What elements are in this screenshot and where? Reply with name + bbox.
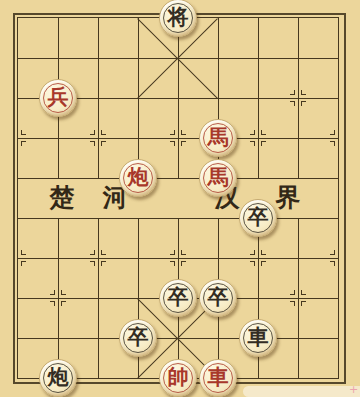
board-cell (98, 58, 138, 98)
point-marker (330, 261, 335, 266)
piece-glyph: 卒 (248, 207, 269, 228)
point-marker (250, 130, 255, 135)
point-marker (301, 301, 306, 306)
piece-glyph: 車 (208, 367, 229, 388)
board-cell (218, 18, 258, 58)
point-marker (181, 261, 186, 266)
point-marker (170, 250, 175, 255)
point-marker (101, 250, 106, 255)
point-marker (261, 250, 266, 255)
board-cell (298, 338, 338, 378)
piece-red-馬[interactable]: 馬 (199, 159, 237, 197)
xiangqi-board[interactable]: 楚河汉界 将兵馬炮馬卒卒卒卒車炮帥車 + (0, 0, 360, 397)
piece-glyph: 帥 (168, 367, 189, 388)
point-marker (50, 290, 55, 295)
river-label: 楚 (48, 185, 76, 211)
piece-glyph: 卒 (128, 327, 149, 348)
point-marker (21, 130, 26, 135)
point-marker (301, 290, 306, 295)
point-marker (290, 290, 295, 295)
piece-glyph: 卒 (168, 287, 189, 308)
point-marker (90, 250, 95, 255)
piece-black-卒[interactable]: 卒 (119, 319, 157, 357)
point-marker (101, 261, 106, 266)
piece-black-卒[interactable]: 卒 (199, 279, 237, 317)
piece-black-炮[interactable]: 炮 (39, 359, 77, 397)
river-label: 界 (274, 185, 302, 211)
piece-glyph: 兵 (48, 87, 69, 108)
piece-red-炮[interactable]: 炮 (119, 159, 157, 197)
point-marker (170, 141, 175, 146)
point-marker (250, 261, 255, 266)
point-marker (261, 141, 266, 146)
board-cell (18, 18, 58, 58)
piece-glyph: 将 (168, 7, 189, 28)
point-marker (330, 141, 335, 146)
board-cell (258, 18, 298, 58)
point-marker (301, 90, 306, 95)
board-cell (218, 58, 258, 98)
point-marker (290, 101, 295, 106)
point-marker (170, 261, 175, 266)
point-marker (301, 101, 306, 106)
point-marker (330, 250, 335, 255)
piece-glyph: 炮 (48, 367, 69, 388)
point-marker (21, 141, 26, 146)
piece-red-馬[interactable]: 馬 (199, 119, 237, 157)
point-marker (90, 261, 95, 266)
point-marker (330, 130, 335, 135)
point-marker (90, 141, 95, 146)
point-marker (250, 250, 255, 255)
piece-black-車[interactable]: 車 (239, 319, 277, 357)
point-marker (101, 130, 106, 135)
point-marker (290, 301, 295, 306)
piece-red-車[interactable]: 車 (199, 359, 237, 397)
point-marker (181, 130, 186, 135)
board-cell (58, 18, 98, 58)
board-cell (298, 178, 338, 218)
piece-black-将[interactable]: 将 (159, 0, 197, 37)
point-marker (90, 130, 95, 135)
point-marker (101, 141, 106, 146)
piece-glyph: 卒 (208, 287, 229, 308)
piece-glyph: 炮 (128, 167, 149, 188)
point-marker (250, 141, 255, 146)
piece-glyph: 馬 (208, 127, 229, 148)
watermark-plus-icon: + (349, 383, 358, 396)
point-marker (61, 301, 66, 306)
point-marker (50, 301, 55, 306)
point-marker (21, 250, 26, 255)
piece-black-卒[interactable]: 卒 (159, 279, 197, 317)
piece-red-帥[interactable]: 帥 (159, 359, 197, 397)
point-marker (170, 130, 175, 135)
point-marker (181, 141, 186, 146)
board-cell (298, 18, 338, 58)
point-marker (261, 130, 266, 135)
point-marker (181, 250, 186, 255)
board-cell (98, 18, 138, 58)
point-marker (61, 290, 66, 295)
point-marker (21, 261, 26, 266)
bottom-overlay-artifact (243, 386, 360, 397)
piece-red-兵[interactable]: 兵 (39, 79, 77, 117)
piece-glyph: 馬 (208, 167, 229, 188)
piece-glyph: 車 (248, 327, 269, 348)
point-marker (290, 90, 295, 95)
piece-black-卒[interactable]: 卒 (239, 199, 277, 237)
point-marker (261, 261, 266, 266)
